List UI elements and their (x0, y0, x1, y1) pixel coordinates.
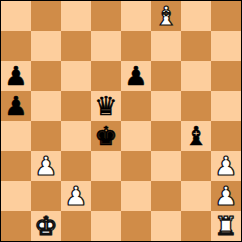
square-a1[interactable] (1, 211, 31, 241)
square-e6[interactable]: ♟ (121, 61, 151, 91)
square-g8[interactable] (181, 1, 211, 31)
square-h6[interactable] (211, 61, 241, 91)
square-b8[interactable] (31, 1, 61, 31)
square-g1[interactable] (181, 211, 211, 241)
white-pawn-piece[interactable]: ♟ (214, 181, 237, 211)
square-h4[interactable] (211, 121, 241, 151)
square-b6[interactable] (31, 61, 61, 91)
square-d4[interactable]: ♚ (91, 121, 121, 151)
square-h1[interactable]: ♜ (211, 211, 241, 241)
square-e3[interactable] (121, 151, 151, 181)
square-a2[interactable] (1, 181, 31, 211)
square-b2[interactable] (31, 181, 61, 211)
square-d3[interactable] (91, 151, 121, 181)
square-a3[interactable] (1, 151, 31, 181)
square-b3[interactable]: ♟ (31, 151, 61, 181)
black-pawn-piece[interactable]: ♟ (124, 61, 147, 91)
square-c4[interactable] (61, 121, 91, 151)
square-c5[interactable] (61, 91, 91, 121)
square-c6[interactable] (61, 61, 91, 91)
square-h5[interactable] (211, 91, 241, 121)
square-a6[interactable]: ♟ (1, 61, 31, 91)
black-king-piece[interactable]: ♚ (94, 121, 117, 151)
square-e2[interactable] (121, 181, 151, 211)
square-b1[interactable]: ♚ (31, 211, 61, 241)
chess-board: ♝♟♟♟♛♚♝♟♟♟♟♚♜ (0, 0, 242, 242)
square-d8[interactable] (91, 1, 121, 31)
square-d2[interactable] (91, 181, 121, 211)
black-bishop-piece[interactable]: ♝ (184, 121, 207, 151)
square-c8[interactable] (61, 1, 91, 31)
square-b4[interactable] (31, 121, 61, 151)
square-f3[interactable] (151, 151, 181, 181)
square-h2[interactable]: ♟ (211, 181, 241, 211)
square-f5[interactable] (151, 91, 181, 121)
square-a5[interactable]: ♟ (1, 91, 31, 121)
square-b7[interactable] (31, 31, 61, 61)
square-e4[interactable] (121, 121, 151, 151)
square-c3[interactable] (61, 151, 91, 181)
square-f8[interactable]: ♝ (151, 1, 181, 31)
black-pawn-piece[interactable]: ♟ (4, 91, 27, 121)
white-pawn-piece[interactable]: ♟ (64, 181, 87, 211)
square-c1[interactable] (61, 211, 91, 241)
square-e7[interactable] (121, 31, 151, 61)
white-bishop-piece[interactable]: ♝ (154, 1, 177, 31)
square-d7[interactable] (91, 31, 121, 61)
square-e1[interactable] (121, 211, 151, 241)
square-g2[interactable] (181, 181, 211, 211)
square-g3[interactable] (181, 151, 211, 181)
square-c2[interactable]: ♟ (61, 181, 91, 211)
square-f2[interactable] (151, 181, 181, 211)
white-king-piece[interactable]: ♚ (34, 211, 57, 241)
square-d6[interactable] (91, 61, 121, 91)
square-e5[interactable] (121, 91, 151, 121)
square-g7[interactable] (181, 31, 211, 61)
white-pawn-piece[interactable]: ♟ (214, 151, 237, 181)
square-f6[interactable] (151, 61, 181, 91)
square-a7[interactable] (1, 31, 31, 61)
square-h7[interactable] (211, 31, 241, 61)
square-d5[interactable]: ♛ (91, 91, 121, 121)
square-f1[interactable] (151, 211, 181, 241)
square-e8[interactable] (121, 1, 151, 31)
white-pawn-piece[interactable]: ♟ (34, 151, 57, 181)
black-queen-piece[interactable]: ♛ (94, 91, 117, 121)
square-c7[interactable] (61, 31, 91, 61)
white-rook-piece[interactable]: ♜ (214, 211, 237, 241)
square-f7[interactable] (151, 31, 181, 61)
square-a8[interactable] (1, 1, 31, 31)
square-a4[interactable] (1, 121, 31, 151)
square-h8[interactable] (211, 1, 241, 31)
square-d1[interactable] (91, 211, 121, 241)
square-g5[interactable] (181, 91, 211, 121)
black-pawn-piece[interactable]: ♟ (4, 61, 27, 91)
square-g6[interactable] (181, 61, 211, 91)
square-f4[interactable] (151, 121, 181, 151)
square-g4[interactable]: ♝ (181, 121, 211, 151)
square-b5[interactable] (31, 91, 61, 121)
square-h3[interactable]: ♟ (211, 151, 241, 181)
